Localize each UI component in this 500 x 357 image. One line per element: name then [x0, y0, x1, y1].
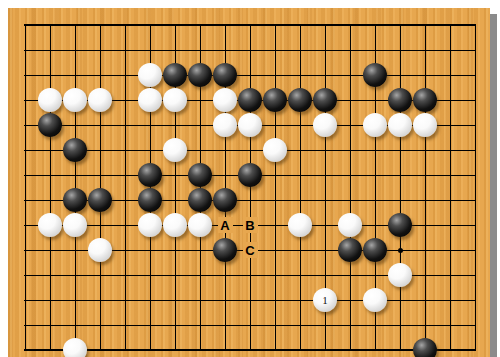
white-stone: [163, 138, 187, 162]
grid-line-vertical: [450, 24, 451, 351]
black-stone: [238, 88, 262, 112]
grid-line-horizontal: [24, 325, 476, 326]
white-stone: [63, 88, 87, 112]
white-stone: [288, 213, 312, 237]
go-board-screenshot: ABC1: [0, 0, 500, 357]
white-stone: [88, 238, 112, 262]
black-stone: [188, 188, 212, 212]
black-stone: [38, 113, 62, 137]
grid-line-horizontal: [24, 349, 476, 351]
black-stone: [238, 163, 262, 187]
white-stone: [88, 88, 112, 112]
black-stone: [363, 238, 387, 262]
label-A: A: [218, 217, 233, 233]
white-stone: [213, 113, 237, 137]
black-stone: [63, 138, 87, 162]
black-stone: [413, 88, 437, 112]
white-stone: [388, 263, 412, 287]
grid-line-vertical: [125, 24, 126, 351]
board-drop-shadow-icon: [490, 14, 497, 357]
white-stone: [363, 288, 387, 312]
black-stone: [63, 188, 87, 212]
grid-line-vertical: [50, 24, 51, 351]
white-stone: [363, 113, 387, 137]
black-stone: [313, 88, 337, 112]
grid-line-vertical: [400, 24, 401, 351]
black-stone: [88, 188, 112, 212]
white-stone: [63, 213, 87, 237]
stone-move-number: 1: [322, 295, 328, 306]
grid-line-horizontal: [24, 24, 476, 26]
black-stone: [188, 63, 212, 87]
white-stone: [238, 113, 262, 137]
black-stone: [213, 188, 237, 212]
white-stone-numbered: 1: [313, 288, 337, 312]
black-stone: [263, 88, 287, 112]
white-stone: [138, 88, 162, 112]
star-point: [398, 248, 403, 253]
black-stone: [213, 238, 237, 262]
white-stone: [38, 213, 62, 237]
white-stone: [313, 113, 337, 137]
white-stone: [388, 113, 412, 137]
black-stone: [338, 238, 362, 262]
white-stone: [138, 63, 162, 87]
black-stone: [138, 188, 162, 212]
black-stone: [413, 338, 437, 357]
black-stone: [138, 163, 162, 187]
black-stone: [213, 63, 237, 87]
white-stone: [63, 338, 87, 357]
grid-line-horizontal: [24, 75, 476, 76]
black-stone: [163, 63, 187, 87]
grid-line-vertical: [275, 24, 276, 351]
black-stone: [288, 88, 312, 112]
black-stone: [388, 213, 412, 237]
black-stone: [363, 63, 387, 87]
grid-line-vertical: [300, 24, 301, 351]
label-C: C: [243, 242, 258, 258]
grid-line-horizontal: [24, 150, 476, 151]
black-stone: [188, 163, 212, 187]
white-stone: [163, 213, 187, 237]
white-stone: [38, 88, 62, 112]
label-B: B: [243, 217, 258, 233]
grid-line-vertical: [350, 24, 351, 351]
grid-line-vertical: [425, 24, 426, 351]
white-stone: [413, 113, 437, 137]
white-stone: [263, 138, 287, 162]
black-stone: [388, 88, 412, 112]
grid-line-horizontal: [24, 50, 476, 51]
grid-line-horizontal: [24, 300, 476, 301]
white-stone: [188, 213, 212, 237]
white-stone: [213, 88, 237, 112]
grid-line-vertical: [250, 24, 251, 351]
grid-line-vertical: [475, 24, 476, 351]
white-stone: [163, 88, 187, 112]
white-stone: [138, 213, 162, 237]
grid-line-vertical: [25, 24, 26, 351]
white-stone: [338, 213, 362, 237]
